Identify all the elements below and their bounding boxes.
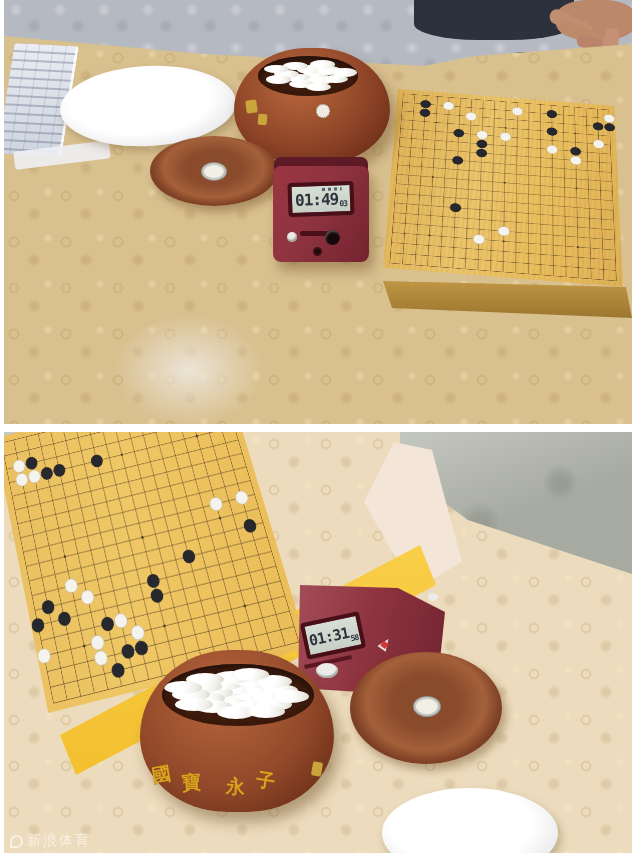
clock-time-bottom: 01:31 bbox=[307, 623, 350, 649]
clock-white-button-bottom bbox=[316, 663, 338, 678]
bowl-gold-mark bbox=[258, 114, 268, 126]
watermark: 新浪体育 bbox=[10, 832, 91, 850]
photo-bottom: 01:3158 國寶永子 新浪体育 bbox=[4, 432, 632, 853]
cloth-sheen bbox=[114, 315, 264, 424]
bowl-gold-mark bbox=[245, 99, 258, 113]
clock-lcd-top: 01:4903 bbox=[287, 181, 354, 217]
clock-seconds-top: 03 bbox=[339, 199, 347, 211]
photo-collage: { "game": "Go (Weiqi)", "board_size": 19… bbox=[0, 0, 640, 859]
bowl-gold-mark-partial bbox=[311, 761, 323, 777]
clock-jack-socket bbox=[313, 247, 322, 256]
stone-bowl-bottom: 國寶永子 bbox=[140, 650, 334, 812]
bowl-lid-dish-bottom bbox=[350, 652, 502, 764]
go-board-top bbox=[395, 89, 615, 306]
clock-seconds-bottom: 58 bbox=[350, 633, 360, 646]
plate-bottom bbox=[382, 788, 558, 853]
dish-emblem bbox=[201, 162, 227, 181]
watermark-text: 新浪体育 bbox=[27, 832, 91, 850]
clock-top-button-bottom bbox=[428, 593, 438, 601]
watermark-logo bbox=[10, 835, 23, 848]
clock-black-button bbox=[325, 230, 340, 245]
bowl-seal bbox=[316, 104, 330, 118]
photo-top: 01:4903 bbox=[4, 0, 632, 424]
dish-emblem-bottom bbox=[413, 696, 441, 717]
clock-slider-slot bbox=[300, 231, 328, 236]
white-stones-heap bbox=[258, 56, 358, 96]
clock-time-top: 01:49 bbox=[295, 189, 339, 209]
bowl-lid-dish-top bbox=[150, 136, 278, 206]
white-stones-heap-bottom bbox=[162, 664, 314, 726]
clock-white-button bbox=[287, 232, 297, 242]
go-board-top-grid bbox=[383, 89, 623, 287]
lcd-mode-icons bbox=[322, 187, 342, 191]
